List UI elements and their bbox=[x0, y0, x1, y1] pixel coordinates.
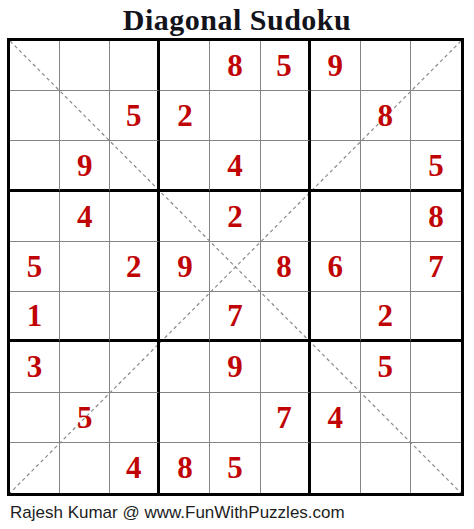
cell-r9c7 bbox=[311, 443, 361, 493]
cell-r8c6: 7 bbox=[261, 393, 311, 443]
cell-r5c8 bbox=[361, 242, 411, 292]
cell-r1c7: 9 bbox=[311, 41, 361, 91]
cell-r3c4 bbox=[160, 141, 210, 191]
cell-r1c4 bbox=[160, 41, 210, 91]
cell-r4c6 bbox=[261, 192, 311, 242]
cell-r8c2: 5 bbox=[60, 393, 110, 443]
cell-r2c7 bbox=[311, 91, 361, 141]
cell-r3c7 bbox=[311, 141, 361, 191]
cell-r7c1: 3 bbox=[10, 342, 60, 392]
cell-r5c7: 6 bbox=[311, 242, 361, 292]
cell-r3c8 bbox=[361, 141, 411, 191]
sudoku-board: 859528945428529867172395574485 bbox=[7, 38, 464, 496]
cell-r4c5: 2 bbox=[210, 192, 260, 242]
cell-r6c4 bbox=[160, 292, 210, 342]
cell-r1c6: 5 bbox=[261, 41, 311, 91]
cell-r9c9 bbox=[411, 443, 461, 493]
cell-r5c2 bbox=[60, 242, 110, 292]
cell-r8c7: 4 bbox=[311, 393, 361, 443]
cell-r6c7 bbox=[311, 292, 361, 342]
cell-r5c9: 7 bbox=[411, 242, 461, 292]
cell-r9c4: 8 bbox=[160, 443, 210, 493]
cell-r6c3 bbox=[110, 292, 160, 342]
cell-r8c3 bbox=[110, 393, 160, 443]
cell-r9c8 bbox=[361, 443, 411, 493]
cell-r1c5: 8 bbox=[210, 41, 260, 91]
cell-r5c1: 5 bbox=[10, 242, 60, 292]
sudoku-grid: 859528945428529867172395574485 bbox=[10, 41, 461, 493]
cell-r4c2: 4 bbox=[60, 192, 110, 242]
cell-r2c5 bbox=[210, 91, 260, 141]
cell-r2c6 bbox=[261, 91, 311, 141]
cell-r6c8: 2 bbox=[361, 292, 411, 342]
cell-r7c5: 9 bbox=[210, 342, 260, 392]
cell-r5c3: 2 bbox=[110, 242, 160, 292]
cell-r9c3: 4 bbox=[110, 443, 160, 493]
cell-r2c1 bbox=[10, 91, 60, 141]
credit-text: Rajesh Kumar @ www.FunWithPuzzles.com bbox=[10, 503, 474, 523]
cell-r3c2: 9 bbox=[60, 141, 110, 191]
cell-r6c9 bbox=[411, 292, 461, 342]
cell-r4c7 bbox=[311, 192, 361, 242]
cell-r3c3 bbox=[110, 141, 160, 191]
cell-r1c8 bbox=[361, 41, 411, 91]
cell-r2c2 bbox=[60, 91, 110, 141]
cell-r5c5 bbox=[210, 242, 260, 292]
cell-r4c1 bbox=[10, 192, 60, 242]
cell-r8c8 bbox=[361, 393, 411, 443]
cell-r3c9: 5 bbox=[411, 141, 461, 191]
cell-r7c4 bbox=[160, 342, 210, 392]
cell-r7c3 bbox=[110, 342, 160, 392]
cell-r8c1 bbox=[10, 393, 60, 443]
cell-r8c5 bbox=[210, 393, 260, 443]
cell-r8c9 bbox=[411, 393, 461, 443]
page-title: Diagonal Sudoku bbox=[0, 0, 474, 38]
cell-r7c2 bbox=[60, 342, 110, 392]
cell-r6c5: 7 bbox=[210, 292, 260, 342]
cell-r3c5: 4 bbox=[210, 141, 260, 191]
cell-r9c2 bbox=[60, 443, 110, 493]
cell-r2c3: 5 bbox=[110, 91, 160, 141]
cell-r4c3 bbox=[110, 192, 160, 242]
cell-r5c6: 8 bbox=[261, 242, 311, 292]
cell-r9c5: 5 bbox=[210, 443, 260, 493]
cell-r1c9 bbox=[411, 41, 461, 91]
cell-r4c8 bbox=[361, 192, 411, 242]
cell-r9c1 bbox=[10, 443, 60, 493]
cell-r3c6 bbox=[261, 141, 311, 191]
cell-r2c8: 8 bbox=[361, 91, 411, 141]
cell-r2c9 bbox=[411, 91, 461, 141]
cell-r2c4: 2 bbox=[160, 91, 210, 141]
cell-r7c6 bbox=[261, 342, 311, 392]
cell-r8c4 bbox=[160, 393, 210, 443]
cell-r4c4 bbox=[160, 192, 210, 242]
cell-r7c9 bbox=[411, 342, 461, 392]
cell-r6c6 bbox=[261, 292, 311, 342]
cell-r7c7 bbox=[311, 342, 361, 392]
cell-r1c2 bbox=[60, 41, 110, 91]
cell-r1c1 bbox=[10, 41, 60, 91]
cell-r5c4: 9 bbox=[160, 242, 210, 292]
cell-r4c9: 8 bbox=[411, 192, 461, 242]
cell-r6c1: 1 bbox=[10, 292, 60, 342]
cell-r9c6 bbox=[261, 443, 311, 493]
cell-r1c3 bbox=[110, 41, 160, 91]
cell-r3c1 bbox=[10, 141, 60, 191]
cell-r7c8: 5 bbox=[361, 342, 411, 392]
cell-r6c2 bbox=[60, 292, 110, 342]
